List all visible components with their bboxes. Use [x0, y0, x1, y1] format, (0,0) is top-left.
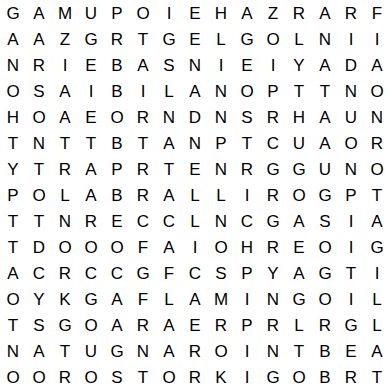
grid-cell[interactable]: R: [338, 0, 364, 26]
grid-cell[interactable]: O: [286, 365, 312, 391]
grid-cell[interactable]: L: [208, 26, 234, 52]
grid-cell[interactable]: Y: [0, 156, 26, 182]
grid-cell[interactable]: R: [338, 365, 364, 391]
grid-cell[interactable]: T: [130, 130, 156, 156]
grid-cell[interactable]: A: [52, 78, 78, 104]
grid-cell[interactable]: O: [130, 0, 156, 26]
grid-cell[interactable]: G: [260, 209, 286, 235]
grid-cell[interactable]: N: [208, 78, 234, 104]
grid-cell[interactable]: A: [156, 130, 182, 156]
grid-cell[interactable]: O: [260, 26, 286, 52]
grid-cell[interactable]: R: [286, 0, 312, 26]
grid-cell[interactable]: G: [78, 26, 104, 52]
grid-cell[interactable]: O: [26, 365, 52, 391]
grid-cell[interactable]: R: [364, 130, 390, 156]
grid-cell[interactable]: R: [182, 365, 208, 391]
grid-cell[interactable]: L: [208, 182, 234, 208]
grid-cell[interactable]: A: [286, 261, 312, 287]
grid-cell[interactable]: I: [208, 52, 234, 78]
grid-cell[interactable]: O: [338, 130, 364, 156]
word-search-grid: GAMUPOIEHAZRARFAAZGRTGELGOLNIINRIEBASNIE…: [0, 0, 390, 391]
grid-cell[interactable]: T: [364, 182, 390, 208]
grid-cell[interactable]: O: [312, 287, 338, 313]
grid-cell[interactable]: R: [130, 156, 156, 182]
grid-cell[interactable]: I: [234, 287, 260, 313]
grid-cell[interactable]: Y: [260, 261, 286, 287]
grid-cell[interactable]: N: [0, 52, 26, 78]
grid-cell[interactable]: R: [208, 313, 234, 339]
grid-cell[interactable]: A: [364, 52, 390, 78]
grid-cell[interactable]: L: [52, 182, 78, 208]
grid-cell[interactable]: P: [234, 313, 260, 339]
grid-cell[interactable]: I: [364, 261, 390, 287]
grid-cell[interactable]: R: [234, 156, 260, 182]
grid-cell[interactable]: A: [312, 104, 338, 130]
grid-cell[interactable]: U: [286, 130, 312, 156]
grid-cell[interactable]: R: [26, 52, 52, 78]
grid-cell[interactable]: O: [364, 78, 390, 104]
grid-cell[interactable]: U: [338, 104, 364, 130]
grid-cell[interactable]: H: [0, 104, 26, 130]
grid-cell[interactable]: H: [286, 104, 312, 130]
grid-cell[interactable]: S: [234, 104, 260, 130]
grid-cell[interactable]: T: [312, 78, 338, 104]
grid-cell[interactable]: B: [104, 52, 130, 78]
grid-cell[interactable]: C: [260, 130, 286, 156]
grid-cell[interactable]: P: [260, 78, 286, 104]
grid-cell[interactable]: S: [26, 78, 52, 104]
grid-cell[interactable]: G: [312, 182, 338, 208]
grid-cell[interactable]: G: [52, 313, 78, 339]
grid-cell[interactable]: T: [26, 156, 52, 182]
grid-cell[interactable]: K: [52, 287, 78, 313]
grid-cell[interactable]: I: [130, 78, 156, 104]
grid-cell[interactable]: A: [104, 287, 130, 313]
grid-cell[interactable]: E: [182, 313, 208, 339]
grid-cell[interactable]: C: [26, 261, 52, 287]
grid-cell[interactable]: B: [312, 365, 338, 391]
grid-cell[interactable]: S: [312, 209, 338, 235]
grid-cell[interactable]: T: [0, 313, 26, 339]
grid-cell[interactable]: H: [208, 0, 234, 26]
grid-cell[interactable]: N: [208, 209, 234, 235]
grid-cell[interactable]: T: [364, 365, 390, 391]
grid-cell[interactable]: O: [234, 78, 260, 104]
grid-cell[interactable]: R: [130, 104, 156, 130]
grid-cell[interactable]: G: [312, 261, 338, 287]
grid-cell[interactable]: A: [26, 339, 52, 365]
grid-cell[interactable]: H: [234, 235, 260, 261]
grid-cell[interactable]: T: [286, 78, 312, 104]
grid-cell[interactable]: T: [234, 130, 260, 156]
grid-cell[interactable]: R: [182, 339, 208, 365]
grid-cell[interactable]: E: [338, 339, 364, 365]
grid-cell[interactable]: C: [104, 261, 130, 287]
grid-cell[interactable]: F: [130, 235, 156, 261]
grid-cell[interactable]: Z: [52, 26, 78, 52]
grid-cell[interactable]: I: [234, 182, 260, 208]
grid-cell[interactable]: O: [156, 365, 182, 391]
grid-cell[interactable]: B: [104, 78, 130, 104]
grid-cell[interactable]: R: [52, 261, 78, 287]
grid-cell[interactable]: O: [286, 182, 312, 208]
grid-cell[interactable]: D: [182, 104, 208, 130]
grid-cell[interactable]: O: [364, 156, 390, 182]
grid-cell[interactable]: R: [260, 104, 286, 130]
grid-cell[interactable]: E: [78, 52, 104, 78]
grid-cell[interactable]: C: [130, 209, 156, 235]
grid-cell[interactable]: T: [0, 235, 26, 261]
grid-cell[interactable]: Y: [286, 52, 312, 78]
grid-cell[interactable]: L: [182, 209, 208, 235]
grid-cell[interactable]: N: [26, 130, 52, 156]
grid-cell[interactable]: A: [286, 209, 312, 235]
grid-cell[interactable]: A: [156, 313, 182, 339]
grid-cell[interactable]: N: [182, 130, 208, 156]
grid-cell[interactable]: E: [182, 156, 208, 182]
grid-cell[interactable]: A: [78, 182, 104, 208]
grid-cell[interactable]: Z: [260, 0, 286, 26]
grid-cell[interactable]: R: [130, 313, 156, 339]
grid-cell[interactable]: L: [156, 287, 182, 313]
grid-cell[interactable]: A: [156, 235, 182, 261]
grid-cell[interactable]: B: [104, 182, 130, 208]
grid-cell[interactable]: A: [0, 26, 26, 52]
grid-cell[interactable]: A: [312, 130, 338, 156]
grid-cell[interactable]: O: [78, 235, 104, 261]
grid-cell[interactable]: E: [104, 209, 130, 235]
grid-cell[interactable]: L: [364, 313, 390, 339]
grid-cell[interactable]: B: [312, 339, 338, 365]
grid-cell[interactable]: P: [0, 182, 26, 208]
grid-cell[interactable]: S: [104, 365, 130, 391]
grid-cell[interactable]: O: [208, 339, 234, 365]
grid-cell[interactable]: R: [260, 313, 286, 339]
grid-cell[interactable]: L: [286, 313, 312, 339]
grid-cell[interactable]: O: [78, 365, 104, 391]
grid-cell[interactable]: O: [104, 104, 130, 130]
grid-cell[interactable]: I: [234, 365, 260, 391]
grid-cell[interactable]: N: [130, 339, 156, 365]
grid-cell[interactable]: P: [104, 156, 130, 182]
grid-cell[interactable]: N: [208, 156, 234, 182]
grid-cell[interactable]: F: [130, 287, 156, 313]
grid-cell[interactable]: N: [208, 104, 234, 130]
grid-cell[interactable]: A: [52, 104, 78, 130]
grid-cell[interactable]: G: [156, 26, 182, 52]
grid-cell[interactable]: I: [364, 26, 390, 52]
grid-cell[interactable]: A: [156, 182, 182, 208]
grid-cell[interactable]: T: [52, 130, 78, 156]
grid-cell[interactable]: C: [234, 209, 260, 235]
grid-cell[interactable]: I: [52, 52, 78, 78]
grid-cell[interactable]: D: [26, 235, 52, 261]
grid-cell[interactable]: O: [26, 182, 52, 208]
grid-cell[interactable]: R: [260, 235, 286, 261]
grid-cell[interactable]: E: [182, 26, 208, 52]
grid-cell[interactable]: U: [78, 339, 104, 365]
grid-cell[interactable]: E: [78, 104, 104, 130]
grid-cell[interactable]: N: [260, 339, 286, 365]
grid-cell[interactable]: G: [260, 156, 286, 182]
grid-cell[interactable]: A: [26, 26, 52, 52]
grid-cell[interactable]: N: [0, 339, 26, 365]
grid-cell[interactable]: A: [78, 156, 104, 182]
grid-cell[interactable]: G: [130, 261, 156, 287]
grid-cell[interactable]: O: [208, 235, 234, 261]
grid-cell[interactable]: N: [364, 104, 390, 130]
grid-cell[interactable]: R: [312, 313, 338, 339]
grid-cell[interactable]: R: [78, 209, 104, 235]
grid-cell[interactable]: M: [208, 287, 234, 313]
grid-cell[interactable]: O: [104, 235, 130, 261]
grid-cell[interactable]: G: [364, 235, 390, 261]
grid-cell[interactable]: T: [78, 130, 104, 156]
grid-cell[interactable]: I: [338, 209, 364, 235]
grid-cell[interactable]: I: [338, 287, 364, 313]
grid-cell[interactable]: O: [0, 287, 26, 313]
grid-cell[interactable]: U: [312, 156, 338, 182]
grid-cell[interactable]: G: [260, 365, 286, 391]
grid-cell[interactable]: N: [182, 52, 208, 78]
grid-cell[interactable]: R: [260, 182, 286, 208]
grid-cell[interactable]: G: [78, 287, 104, 313]
grid-cell[interactable]: I: [182, 235, 208, 261]
grid-cell[interactable]: L: [182, 182, 208, 208]
grid-cell[interactable]: T: [130, 26, 156, 52]
grid-cell[interactable]: O: [0, 78, 26, 104]
grid-cell[interactable]: R: [104, 26, 130, 52]
grid-cell[interactable]: P: [234, 261, 260, 287]
grid-cell[interactable]: A: [234, 0, 260, 26]
grid-cell[interactable]: N: [260, 287, 286, 313]
grid-cell[interactable]: R: [130, 182, 156, 208]
grid-cell[interactable]: A: [182, 287, 208, 313]
grid-cell[interactable]: C: [182, 261, 208, 287]
grid-cell[interactable]: O: [312, 235, 338, 261]
grid-cell[interactable]: T: [0, 130, 26, 156]
grid-cell[interactable]: N: [156, 104, 182, 130]
grid-cell[interactable]: I: [338, 26, 364, 52]
grid-cell[interactable]: G: [234, 26, 260, 52]
grid-cell[interactable]: A: [0, 261, 26, 287]
grid-cell[interactable]: I: [156, 0, 182, 26]
grid-cell[interactable]: A: [312, 0, 338, 26]
grid-cell[interactable]: L: [364, 287, 390, 313]
grid-cell[interactable]: D: [338, 52, 364, 78]
grid-cell[interactable]: I: [338, 235, 364, 261]
grid-cell[interactable]: S: [208, 261, 234, 287]
grid-cell[interactable]: C: [156, 209, 182, 235]
grid-cell[interactable]: G: [104, 339, 130, 365]
grid-cell[interactable]: M: [52, 0, 78, 26]
grid-cell[interactable]: L: [286, 26, 312, 52]
grid-cell[interactable]: E: [234, 52, 260, 78]
grid-cell[interactable]: F: [156, 261, 182, 287]
grid-cell[interactable]: I: [234, 339, 260, 365]
grid-cell[interactable]: R: [52, 365, 78, 391]
grid-cell[interactable]: O: [0, 365, 26, 391]
grid-cell[interactable]: L: [156, 78, 182, 104]
grid-cell[interactable]: T: [156, 156, 182, 182]
grid-cell[interactable]: F: [364, 0, 390, 26]
grid-cell[interactable]: A: [26, 0, 52, 26]
grid-cell[interactable]: T: [52, 339, 78, 365]
grid-cell[interactable]: A: [130, 52, 156, 78]
grid-cell[interactable]: T: [130, 365, 156, 391]
grid-cell[interactable]: I: [260, 52, 286, 78]
grid-cell[interactable]: C: [78, 261, 104, 287]
grid-cell[interactable]: G: [286, 156, 312, 182]
grid-cell[interactable]: A: [364, 209, 390, 235]
grid-cell[interactable]: G: [286, 287, 312, 313]
grid-cell[interactable]: P: [338, 182, 364, 208]
grid-cell[interactable]: N: [338, 78, 364, 104]
grid-cell[interactable]: T: [26, 209, 52, 235]
grid-cell[interactable]: S: [156, 52, 182, 78]
grid-cell[interactable]: A: [104, 313, 130, 339]
grid-cell[interactable]: E: [182, 0, 208, 26]
grid-cell[interactable]: G: [0, 0, 26, 26]
grid-cell[interactable]: A: [182, 78, 208, 104]
grid-cell[interactable]: E: [286, 235, 312, 261]
grid-cell[interactable]: I: [78, 78, 104, 104]
grid-cell[interactable]: O: [52, 235, 78, 261]
grid-cell[interactable]: A: [312, 52, 338, 78]
grid-cell[interactable]: S: [26, 313, 52, 339]
grid-cell[interactable]: G: [338, 313, 364, 339]
grid-cell[interactable]: P: [104, 0, 130, 26]
grid-cell[interactable]: T: [0, 209, 26, 235]
grid-cell[interactable]: T: [286, 339, 312, 365]
grid-cell[interactable]: U: [78, 0, 104, 26]
grid-cell[interactable]: O: [26, 104, 52, 130]
grid-cell[interactable]: N: [338, 156, 364, 182]
grid-cell[interactable]: N: [52, 209, 78, 235]
grid-cell[interactable]: A: [156, 339, 182, 365]
grid-cell[interactable]: A: [364, 339, 390, 365]
grid-cell[interactable]: Y: [26, 287, 52, 313]
grid-cell[interactable]: T: [338, 261, 364, 287]
grid-cell[interactable]: B: [104, 130, 130, 156]
grid-cell[interactable]: P: [208, 130, 234, 156]
grid-cell[interactable]: O: [78, 313, 104, 339]
grid-cell[interactable]: N: [312, 26, 338, 52]
grid-cell[interactable]: R: [52, 156, 78, 182]
grid-cell[interactable]: K: [208, 365, 234, 391]
